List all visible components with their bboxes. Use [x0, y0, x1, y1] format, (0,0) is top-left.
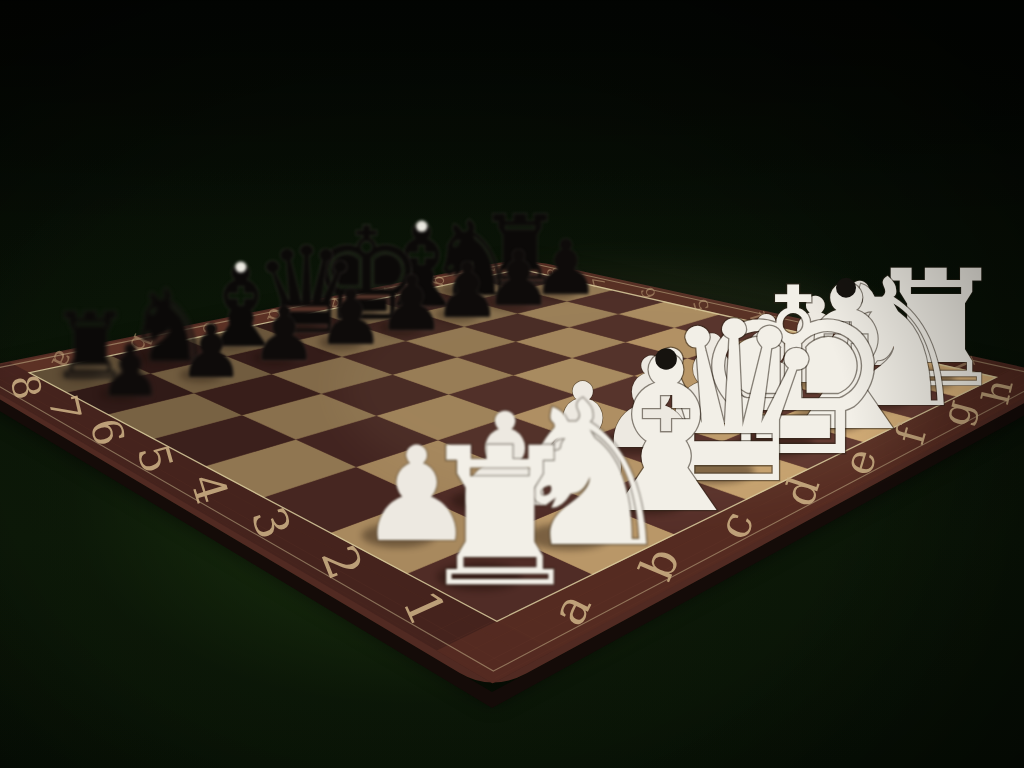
- svg-text:♟: ♟: [98, 329, 163, 413]
- piece-black-pawn-c7: ♟: [251, 290, 318, 378]
- piece-white-rook-a1: ♜: [415, 407, 586, 629]
- piece-black-pawn-d7: ♟: [317, 273, 385, 362]
- svg-text:♟: ♟: [377, 259, 445, 348]
- piece-black-pawn-a7: ♟: [98, 329, 163, 413]
- chessboard-render: 1122334455667788aabbccddeeffgghh♜♞♟♝♟♚♟♛…: [0, 0, 1024, 768]
- black-bishop-finial-c8: [235, 261, 246, 272]
- svg-text:♜: ♜: [415, 407, 586, 629]
- svg-text:♟: ♟: [317, 273, 385, 362]
- svg-text:♟: ♟: [251, 290, 318, 378]
- piece-black-pawn-b7: ♟: [178, 308, 244, 394]
- piece-black-pawn-e7: ♟: [377, 259, 445, 348]
- scene: 1122334455667788aabbccddeeffgghh♜♞♟♝♟♚♟♛…: [0, 0, 1024, 768]
- svg-text:♟: ♟: [178, 308, 244, 394]
